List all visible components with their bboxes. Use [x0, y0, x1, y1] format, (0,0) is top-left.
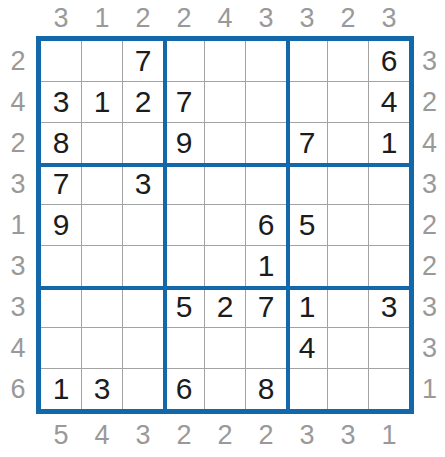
cell-r2c8[interactable] [328, 82, 368, 122]
cell-r9c7[interactable] [287, 369, 327, 409]
clue-top-6: 3 [246, 0, 286, 36]
clue-left-3: 2 [0, 123, 36, 163]
clue-right-7: 3 [414, 287, 445, 327]
right-clues: 324322331 [414, 36, 445, 414]
clue-top-4: 2 [164, 0, 204, 36]
cell-r6c8[interactable] [328, 246, 368, 286]
clue-bottom-4: 2 [164, 414, 204, 457]
cell-r4c7[interactable] [287, 164, 327, 204]
cell-r4c5[interactable] [205, 164, 245, 204]
clue-top-9: 3 [369, 0, 409, 36]
clue-bottom-1: 5 [41, 414, 81, 457]
cell-r2c6[interactable] [246, 82, 286, 122]
clue-left-5: 1 [0, 205, 36, 245]
cell-r9c5[interactable] [205, 369, 245, 409]
cell-r4c3[interactable]: 3 [123, 164, 163, 204]
cell-r8c8[interactable] [328, 328, 368, 368]
clue-left-7: 3 [0, 287, 36, 327]
cell-r5c9[interactable] [369, 205, 409, 245]
cell-r1c6[interactable] [246, 41, 286, 81]
skyscraper-sudoku-puzzle: 312243323 242313346 324322331 543222331 … [0, 0, 445, 457]
clue-top-7: 3 [287, 0, 327, 36]
cell-r9c4[interactable]: 6 [164, 369, 204, 409]
cell-r7c5[interactable]: 2 [205, 287, 245, 327]
clue-top-1: 3 [41, 0, 81, 36]
clue-right-4: 3 [414, 164, 445, 204]
cell-r4c9[interactable] [369, 164, 409, 204]
cell-r7c4[interactable]: 5 [164, 287, 204, 327]
cell-r4c4[interactable] [164, 164, 204, 204]
clue-top-8: 2 [328, 0, 368, 36]
cell-r1c3[interactable]: 7 [123, 41, 163, 81]
cell-r3c2[interactable] [82, 123, 122, 163]
cell-r4c6[interactable] [246, 164, 286, 204]
cell-r5c3[interactable] [123, 205, 163, 245]
clue-right-3: 4 [414, 123, 445, 163]
cell-r8c9[interactable] [369, 328, 409, 368]
cell-r9c1[interactable]: 1 [41, 369, 81, 409]
clue-top-2: 1 [82, 0, 122, 36]
box-separator-vertical-2 [286, 40, 290, 410]
cell-r4c8[interactable] [328, 164, 368, 204]
cell-r1c5[interactable] [205, 41, 245, 81]
left-clues: 242313346 [0, 36, 36, 414]
cell-r3c6[interactable] [246, 123, 286, 163]
cell-r6c5[interactable] [205, 246, 245, 286]
cell-r6c6[interactable]: 1 [246, 246, 286, 286]
clue-bottom-7: 3 [287, 414, 327, 457]
cell-r8c2[interactable] [82, 328, 122, 368]
clue-left-9: 6 [0, 369, 36, 409]
cell-r9c9[interactable] [369, 369, 409, 409]
cell-r7c6[interactable]: 7 [246, 287, 286, 327]
clue-right-1: 3 [414, 41, 445, 81]
cell-r3c1[interactable]: 8 [41, 123, 81, 163]
clue-left-8: 4 [0, 328, 36, 368]
clue-left-1: 2 [0, 41, 36, 81]
cell-r5c6[interactable]: 6 [246, 205, 286, 245]
cell-r6c4[interactable] [164, 246, 204, 286]
clue-right-2: 2 [414, 82, 445, 122]
cell-r7c9[interactable]: 3 [369, 287, 409, 327]
clue-bottom-2: 4 [82, 414, 122, 457]
clue-bottom-6: 2 [246, 414, 286, 457]
cell-r9c8[interactable] [328, 369, 368, 409]
cell-r8c1[interactable] [41, 328, 81, 368]
cell-r1c1[interactable] [41, 41, 81, 81]
cell-r7c7[interactable]: 1 [287, 287, 327, 327]
cell-r2c3[interactable]: 2 [123, 82, 163, 122]
clue-right-6: 2 [414, 246, 445, 286]
cell-r5c7[interactable]: 5 [287, 205, 327, 245]
cell-r1c2[interactable] [82, 41, 122, 81]
cell-r6c2[interactable] [82, 246, 122, 286]
cell-r6c7[interactable] [287, 246, 327, 286]
cell-r3c8[interactable] [328, 123, 368, 163]
clue-left-2: 4 [0, 82, 36, 122]
clue-bottom-8: 3 [328, 414, 368, 457]
cell-r1c4[interactable] [164, 41, 204, 81]
cell-r2c4[interactable]: 7 [164, 82, 204, 122]
box-separator-horizontal-1 [40, 163, 410, 167]
box-separator-horizontal-2 [40, 286, 410, 290]
cell-r4c1[interactable]: 7 [41, 164, 81, 204]
cell-r1c8[interactable] [328, 41, 368, 81]
cell-r3c9[interactable]: 1 [369, 123, 409, 163]
cell-r9c3[interactable] [123, 369, 163, 409]
cell-r5c5[interactable] [205, 205, 245, 245]
clue-bottom-3: 3 [123, 414, 163, 457]
cell-r8c7[interactable]: 4 [287, 328, 327, 368]
cell-r7c2[interactable] [82, 287, 122, 327]
cell-r2c5[interactable] [205, 82, 245, 122]
cell-r8c5[interactable] [205, 328, 245, 368]
clue-top-3: 2 [123, 0, 163, 36]
cell-r5c4[interactable] [164, 205, 204, 245]
cell-r7c3[interactable] [123, 287, 163, 327]
box-separator-vertical-1 [163, 40, 167, 410]
cell-r5c8[interactable] [328, 205, 368, 245]
cell-r3c7[interactable]: 7 [287, 123, 327, 163]
clue-right-9: 1 [414, 369, 445, 409]
cell-r6c3[interactable] [123, 246, 163, 286]
cell-r9c6[interactable]: 8 [246, 369, 286, 409]
cell-r4c2[interactable] [82, 164, 122, 204]
cell-r8c6[interactable] [246, 328, 286, 368]
cell-r3c3[interactable] [123, 123, 163, 163]
cell-r7c1[interactable] [41, 287, 81, 327]
clue-right-5: 2 [414, 205, 445, 245]
cell-r1c9[interactable]: 6 [369, 41, 409, 81]
top-clues: 312243323 [36, 0, 414, 36]
cell-r5c1[interactable]: 9 [41, 205, 81, 245]
cell-r7c8[interactable] [328, 287, 368, 327]
cell-r6c1[interactable] [41, 246, 81, 286]
cell-r6c9[interactable] [369, 246, 409, 286]
cell-r5c2[interactable] [82, 205, 122, 245]
clue-bottom-9: 1 [369, 414, 409, 457]
clue-top-5: 4 [205, 0, 245, 36]
sudoku-board: 763127489717396515271341368 [36, 36, 414, 414]
cell-r2c2[interactable]: 1 [82, 82, 122, 122]
cell-r9c2[interactable]: 3 [82, 369, 122, 409]
bottom-clues: 543222331 [36, 414, 414, 457]
cell-r2c9[interactable]: 4 [369, 82, 409, 122]
clue-bottom-5: 2 [205, 414, 245, 457]
cell-r8c4[interactable] [164, 328, 204, 368]
cell-r3c4[interactable]: 9 [164, 123, 204, 163]
cell-r2c7[interactable] [287, 82, 327, 122]
clue-left-6: 3 [0, 246, 36, 286]
clue-right-8: 3 [414, 328, 445, 368]
cell-r2c1[interactable]: 3 [41, 82, 81, 122]
cell-r8c3[interactable] [123, 328, 163, 368]
clue-left-4: 3 [0, 164, 36, 204]
cell-r1c7[interactable] [287, 41, 327, 81]
cell-r3c5[interactable] [205, 123, 245, 163]
